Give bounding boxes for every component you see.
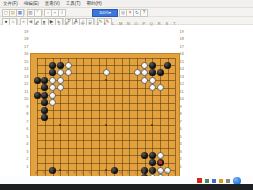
- help-icon[interactable]: ?: [140, 9, 148, 17]
- coord-letter-top-D: D: [56, 22, 62, 26]
- coord-letter-top-L: L: [110, 22, 116, 26]
- coord-letter-top-G: G: [79, 22, 85, 26]
- black-stone-B12: [41, 107, 48, 114]
- coord-letter-bottom-A: A: [33, 171, 39, 175]
- coord-number-right-18: 18: [180, 37, 186, 41]
- black-stone-B14: [41, 92, 48, 99]
- game-info-icon[interactable]: i: [58, 9, 66, 17]
- toolbar-separator: [17, 18, 18, 24]
- coord-number-right-11: 11: [180, 90, 186, 94]
- coord-number-right-4: 4: [180, 142, 186, 146]
- white-stone-E17: [65, 69, 72, 76]
- coord-letter-bottom-N: N: [125, 171, 131, 175]
- black-stone-Q6: [149, 152, 156, 159]
- black-stone-C18: [49, 62, 56, 69]
- coord-letter-bottom-O: O: [133, 171, 139, 175]
- coord-letter-bottom-T: T: [171, 171, 177, 175]
- white-stone-Q16: [149, 77, 156, 84]
- coord-number-right-1: 1: [180, 165, 186, 169]
- coord-letter-top-C: C: [49, 22, 55, 26]
- coord-number-right-19: 19: [180, 30, 186, 34]
- black-stone-Q5: [149, 159, 156, 166]
- app-window: 文件(F)编辑(E)查看(V)工具(T)帮助(H) 100%▾ ▢▤▦▥*▫▪i…: [0, 0, 253, 190]
- coord-number-right-8: 8: [180, 112, 186, 116]
- coord-letter-bottom-H: H: [87, 171, 93, 175]
- coord-letter-bottom-K: K: [102, 171, 108, 175]
- white-stone-K17: [103, 69, 110, 76]
- coord-number-left-10: 10: [23, 97, 29, 101]
- taskbar-dark-band: [0, 184, 253, 190]
- coord-number-left-3: 3: [23, 150, 29, 154]
- coord-letter-bottom-F: F: [72, 171, 78, 175]
- coord-letter-bottom-S: S: [164, 171, 170, 175]
- black-stone-A16: [34, 77, 41, 84]
- black-stone-B13: [41, 99, 48, 106]
- coord-letter-top-K: K: [102, 22, 108, 26]
- white-stone-R6: [157, 152, 164, 159]
- coord-number-left-11: 11: [23, 90, 29, 94]
- black-stone-D18: [57, 62, 64, 69]
- coord-letter-top-R: R: [156, 22, 162, 26]
- coord-number-left-8: 8: [23, 112, 29, 116]
- black-stone-S18: [164, 62, 171, 69]
- black-stone-R17: [157, 69, 164, 76]
- coord-number-left-9: 9: [23, 105, 29, 109]
- black-stone-A14: [34, 92, 41, 99]
- coord-letter-bottom-J: J: [95, 171, 101, 175]
- white-stone-C16: [49, 77, 56, 84]
- white-stone-C13: [49, 99, 56, 106]
- coord-number-right-9: 9: [180, 105, 186, 109]
- grid-line-horizontal: [37, 148, 175, 149]
- menu-item-3[interactable]: 工具(T): [63, 0, 84, 7]
- coord-number-left-18: 18: [23, 37, 29, 41]
- black-stone-P6: [141, 152, 148, 159]
- coord-number-right-17: 17: [180, 45, 186, 49]
- white-stone-D16: [57, 77, 64, 84]
- white-stone-C15: [49, 84, 56, 91]
- white-stone-R15: [157, 84, 164, 91]
- coord-letter-bottom-R: R: [156, 171, 162, 175]
- coord-letter-bottom-D: D: [56, 171, 62, 175]
- zoom-level-combo[interactable]: 100%▾: [92, 9, 118, 17]
- tray-icon-2[interactable]: [212, 179, 216, 183]
- coord-number-right-13: 13: [180, 75, 186, 79]
- coord-number-right-6: 6: [180, 127, 186, 131]
- coord-number-left-4: 4: [23, 142, 29, 146]
- toolbar-separator: [42, 9, 43, 15]
- white-stone-O17: [134, 69, 141, 76]
- system-tray: [0, 176, 253, 184]
- coord-letter-top-S: S: [164, 22, 170, 26]
- coord-letter-bottom-M: M: [118, 171, 124, 175]
- coord-number-right-14: 14: [180, 67, 186, 71]
- coord-letter-top-O: O: [133, 22, 139, 26]
- white-stone-P17: [141, 69, 148, 76]
- coord-letter-bottom-B: B: [41, 171, 47, 175]
- grid-line-horizontal: [37, 133, 175, 134]
- combo-dropdown-arrow: ▾: [109, 10, 111, 15]
- coord-number-right-5: 5: [180, 135, 186, 139]
- coord-number-left-13: 13: [23, 75, 29, 79]
- tray-red-app-icon[interactable]: [197, 178, 202, 183]
- menu-item-1[interactable]: 编辑(E): [21, 0, 42, 7]
- coord-letter-top-T: T: [171, 22, 177, 26]
- coord-number-right-12: 12: [180, 82, 186, 86]
- coord-letter-top-Q: Q: [148, 22, 154, 26]
- coord-number-left-1: 1: [23, 165, 29, 169]
- white-stone-Q15: [149, 84, 156, 91]
- coord-letter-bottom-L: L: [110, 171, 116, 175]
- coord-number-left-16: 16: [23, 52, 29, 56]
- menu-item-2[interactable]: 查看(V): [42, 0, 63, 7]
- coord-letter-top-F: F: [72, 22, 78, 26]
- coord-letter-top-H: H: [87, 22, 93, 26]
- zoom-level-value: 100%: [99, 10, 109, 15]
- grid-line-horizontal: [37, 140, 175, 141]
- coord-letter-bottom-E: E: [64, 171, 70, 175]
- white-stone-P18: [141, 62, 148, 69]
- main-toolbar: 100%▾ ▢▤▦▥*▫▪i◎×↻?: [0, 8, 253, 17]
- black-stone-B15: [41, 84, 48, 91]
- white-stone-E18: [65, 62, 72, 69]
- black-stone-Q17: [149, 69, 156, 76]
- white-stone-D17: [57, 69, 64, 76]
- coord-number-right-10: 10: [180, 97, 186, 101]
- coord-number-left-12: 12: [23, 82, 29, 86]
- coord-letter-top-P: P: [141, 22, 147, 26]
- coord-letter-top-A: A: [33, 22, 39, 26]
- tray-icon-1[interactable]: [205, 179, 209, 183]
- settings-icon[interactable]: *: [34, 9, 42, 17]
- menu-item-4[interactable]: 帮助(H): [84, 0, 105, 7]
- coord-letter-top-N: N: [125, 22, 131, 26]
- coord-letter-top-B: B: [41, 22, 47, 26]
- last-move-marker: [159, 161, 162, 164]
- menu-item-0[interactable]: 文件(F): [0, 0, 21, 7]
- black-stone-C17: [49, 69, 56, 76]
- white-stone-D15: [57, 84, 64, 91]
- board-area: [0, 25, 253, 184]
- coord-letter-top-J: J: [95, 22, 101, 26]
- coord-letter-bottom-Q: Q: [148, 171, 154, 175]
- coord-number-left-5: 5: [23, 135, 29, 139]
- coord-number-left-6: 6: [23, 127, 29, 131]
- coord-number-left-19: 19: [23, 30, 29, 34]
- black-stone-B16: [41, 77, 48, 84]
- save-icon[interactable]: ▦: [16, 9, 24, 17]
- black-stone-Q18: [149, 62, 156, 69]
- coord-number-left-2: 2: [23, 157, 29, 161]
- coord-number-left-15: 15: [23, 60, 29, 64]
- coord-number-left-17: 17: [23, 45, 29, 49]
- coord-letter-bottom-P: P: [141, 171, 147, 175]
- tray-icon-3[interactable]: [219, 179, 223, 183]
- coord-number-right-16: 16: [180, 52, 186, 56]
- coord-letter-bottom-C: C: [49, 171, 55, 175]
- toolbar-separator: [24, 9, 25, 15]
- coord-number-right-3: 3: [180, 150, 186, 154]
- coord-letter-top-E: E: [64, 22, 70, 26]
- coord-number-right-15: 15: [180, 60, 186, 64]
- white-stone-P16: [141, 77, 148, 84]
- coord-letter-top-M: M: [118, 22, 124, 26]
- white-stone-C14: [49, 92, 56, 99]
- black-stone-B11: [41, 114, 48, 121]
- coord-number-left-14: 14: [23, 67, 29, 71]
- tray-icon-4[interactable]: [226, 179, 230, 183]
- coord-letter-bottom-G: G: [79, 171, 85, 175]
- coord-number-right-2: 2: [180, 157, 186, 161]
- coord-number-right-7: 7: [180, 120, 186, 124]
- menu-bar: 文件(F)编辑(E)查看(V)工具(T)帮助(H): [0, 0, 253, 8]
- coord-number-left-7: 7: [23, 120, 29, 124]
